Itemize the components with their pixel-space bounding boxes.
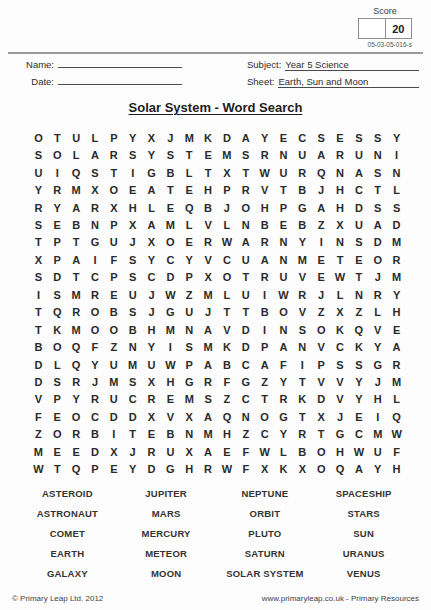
grid-cell-r11c17[interactable]: X (331, 304, 350, 321)
grid-cell-r12c19[interactable]: V (368, 321, 387, 338)
grid-cell-r9c13[interactable]: R (255, 269, 274, 286)
grid-cell-r6c11[interactable]: L (218, 216, 237, 233)
grid-cell-r14c9[interactable]: P (180, 356, 199, 373)
grid-cell-r20c12[interactable]: F (236, 461, 255, 478)
grid-cell-r9c1[interactable]: S (29, 269, 48, 286)
grid-cell-r7c20[interactable]: M (387, 234, 406, 251)
grid-cell-r3c18[interactable]: A (349, 164, 368, 181)
grid-cell-r3c2[interactable]: I (48, 164, 67, 181)
grid-cell-r20c17[interactable]: Q (331, 461, 350, 478)
grid-cell-r15c4[interactable]: J (86, 373, 105, 390)
grid-cell-r1c8[interactable]: J (161, 129, 180, 146)
grid-cell-r18c7[interactable]: E (142, 426, 161, 443)
grid-cell-r5c20[interactable]: S (387, 199, 406, 216)
grid-cell-r2c17[interactable]: R (331, 146, 350, 163)
grid-cell-r15c14[interactable]: Y (274, 373, 293, 390)
grid-cell-r10c3[interactable]: M (67, 286, 86, 303)
grid-cell-r8c19[interactable]: O (368, 251, 387, 268)
grid-cell-r5c18[interactable]: D (349, 199, 368, 216)
grid-cell-r14c5[interactable]: U (104, 356, 123, 373)
grid-cell-r13c12[interactable]: D (236, 338, 255, 355)
grid-cell-r20c15[interactable]: X (293, 461, 312, 478)
grid-cell-r10c10[interactable]: M (199, 286, 218, 303)
grid-cell-r15c8[interactable]: H (161, 373, 180, 390)
grid-cell-r10c20[interactable]: Y (387, 286, 406, 303)
grid-cell-r14c15[interactable]: I (293, 356, 312, 373)
grid-cell-r17c18[interactable]: E (349, 408, 368, 425)
grid-cell-r2c5[interactable]: R (104, 146, 123, 163)
grid-cell-r13c18[interactable]: K (349, 338, 368, 355)
grid-cell-r18c14[interactable]: Y (274, 426, 293, 443)
grid-cell-r4c20[interactable]: L (387, 181, 406, 198)
grid-cell-r9c18[interactable]: T (349, 269, 368, 286)
grid-cell-r1c17[interactable]: E (331, 129, 350, 146)
grid-cell-r20c2[interactable]: T (48, 461, 67, 478)
grid-cell-r14c3[interactable]: Q (67, 356, 86, 373)
grid-cell-r2c16[interactable]: A (312, 146, 331, 163)
grid-cell-r18c12[interactable]: Z (236, 426, 255, 443)
grid-cell-r7c10[interactable]: R (199, 234, 218, 251)
grid-cell-r7c11[interactable]: W (218, 234, 237, 251)
grid-cell-r15c12[interactable]: G (236, 373, 255, 390)
grid-cell-r11c19[interactable]: L (368, 304, 387, 321)
grid-cell-r18c20[interactable]: W (387, 426, 406, 443)
grid-cell-r2c20[interactable]: I (387, 146, 406, 163)
grid-cell-r14c11[interactable]: B (218, 356, 237, 373)
grid-cell-r2c8[interactable]: S (161, 146, 180, 163)
grid-cell-r7c19[interactable]: D (368, 234, 387, 251)
grid-cell-r4c18[interactable]: C (349, 181, 368, 198)
grid-cell-r15c11[interactable]: F (218, 373, 237, 390)
grid-cell-r5c9[interactable]: Q (180, 199, 199, 216)
grid-cell-r14c19[interactable]: G (368, 356, 387, 373)
grid-cell-r12c5[interactable]: O (104, 321, 123, 338)
grid-cell-r7c18[interactable]: S (349, 234, 368, 251)
grid-cell-r4c3[interactable]: M (67, 181, 86, 198)
date-input-line[interactable] (58, 75, 182, 85)
grid-cell-r18c8[interactable]: B (161, 426, 180, 443)
grid-cell-r16c2[interactable]: P (48, 391, 67, 408)
grid-cell-r18c16[interactable]: T (312, 426, 331, 443)
grid-cell-r2c2[interactable]: O (48, 146, 67, 163)
grid-cell-r2c9[interactable]: T (180, 146, 199, 163)
grid-cell-r7c1[interactable]: T (29, 234, 48, 251)
grid-cell-r16c10[interactable]: S (199, 391, 218, 408)
grid-cell-r5c5[interactable]: X (104, 199, 123, 216)
grid-cell-r6c15[interactable]: B (293, 216, 312, 233)
grid-cell-r19c17[interactable]: H (331, 443, 350, 460)
grid-cell-r11c9[interactable]: U (180, 304, 199, 321)
grid-cell-r12c13[interactable]: I (255, 321, 274, 338)
grid-cell-r13c19[interactable]: Y (368, 338, 387, 355)
grid-cell-r20c4[interactable]: P (86, 461, 105, 478)
grid-cell-r4c5[interactable]: O (104, 181, 123, 198)
name-input-line[interactable] (58, 58, 182, 68)
grid-cell-r3c9[interactable]: L (180, 164, 199, 181)
grid-cell-r9c7[interactable]: C (142, 269, 161, 286)
grid-cell-r17c2[interactable]: E (48, 408, 67, 425)
grid-cell-r6c6[interactable]: X (123, 216, 142, 233)
grid-cell-r19c16[interactable]: O (312, 443, 331, 460)
grid-cell-r7c7[interactable]: X (142, 234, 161, 251)
grid-cell-r15c15[interactable]: T (293, 373, 312, 390)
grid-cell-r5c4[interactable]: R (86, 199, 105, 216)
grid-cell-r1c2[interactable]: T (48, 129, 67, 146)
grid-cell-r4c9[interactable]: E (180, 181, 199, 198)
grid-cell-r18c19[interactable]: M (368, 426, 387, 443)
grid-cell-r11c3[interactable]: R (67, 304, 86, 321)
grid-cell-r1c15[interactable]: C (293, 129, 312, 146)
grid-cell-r6c2[interactable]: E (48, 216, 67, 233)
grid-cell-r12c10[interactable]: A (199, 321, 218, 338)
grid-cell-r15c2[interactable]: S (48, 373, 67, 390)
grid-cell-r6c18[interactable]: U (349, 216, 368, 233)
grid-cell-r10c13[interactable]: I (255, 286, 274, 303)
grid-cell-r19c3[interactable]: E (67, 443, 86, 460)
grid-cell-r10c12[interactable]: U (236, 286, 255, 303)
grid-cell-r11c16[interactable]: Z (312, 304, 331, 321)
grid-cell-r3c19[interactable]: S (368, 164, 387, 181)
grid-cell-r3c14[interactable]: U (274, 164, 293, 181)
grid-cell-r10c11[interactable]: L (218, 286, 237, 303)
grid-cell-r9c12[interactable]: T (236, 269, 255, 286)
grid-cell-r11c12[interactable]: T (236, 304, 255, 321)
grid-cell-r20c3[interactable]: Q (67, 461, 86, 478)
grid-cell-r13c20[interactable]: A (387, 338, 406, 355)
grid-cell-r20c1[interactable]: W (29, 461, 48, 478)
grid-cell-r8c17[interactable]: T (331, 251, 350, 268)
grid-cell-r13c3[interactable]: Q (67, 338, 86, 355)
grid-cell-r20c20[interactable]: H (387, 461, 406, 478)
grid-cell-r8c18[interactable]: E (349, 251, 368, 268)
grid-cell-r16c14[interactable]: R (274, 391, 293, 408)
grid-cell-r19c10[interactable]: A (199, 443, 218, 460)
grid-cell-r9c17[interactable]: W (331, 269, 350, 286)
grid-cell-r9c9[interactable]: P (180, 269, 199, 286)
grid-cell-r9c6[interactable]: S (123, 269, 142, 286)
grid-cell-r12c9[interactable]: N (180, 321, 199, 338)
grid-cell-r4c14[interactable]: T (274, 181, 293, 198)
grid-cell-r2c15[interactable]: U (293, 146, 312, 163)
grid-cell-r13c17[interactable]: C (331, 338, 350, 355)
grid-cell-r7c5[interactable]: U (104, 234, 123, 251)
grid-cell-r20c11[interactable]: W (218, 461, 237, 478)
grid-cell-r17c11[interactable]: Q (218, 408, 237, 425)
grid-cell-r10c6[interactable]: U (123, 286, 142, 303)
grid-cell-r1c6[interactable]: Y (123, 129, 142, 146)
grid-cell-r5c2[interactable]: Y (48, 199, 67, 216)
grid-cell-r18c1[interactable]: Z (29, 426, 48, 443)
grid-cell-r19c15[interactable]: B (293, 443, 312, 460)
grid-cell-r14c2[interactable]: L (48, 356, 67, 373)
grid-cell-r17c8[interactable]: V (161, 408, 180, 425)
grid-cell-r1c16[interactable]: S (312, 129, 331, 146)
grid-cell-r18c11[interactable]: H (218, 426, 237, 443)
grid-cell-r11c5[interactable]: B (104, 304, 123, 321)
grid-cell-r15c5[interactable]: M (104, 373, 123, 390)
grid-cell-r19c11[interactable]: E (218, 443, 237, 460)
grid-cell-r8c7[interactable]: Y (142, 251, 161, 268)
grid-cell-r19c19[interactable]: U (368, 443, 387, 460)
grid-cell-r16c19[interactable]: H (368, 391, 387, 408)
grid-cell-r6c3[interactable]: B (67, 216, 86, 233)
grid-cell-r15c16[interactable]: V (312, 373, 331, 390)
grid-cell-r10c4[interactable]: R (86, 286, 105, 303)
grid-cell-r2c10[interactable]: E (199, 146, 218, 163)
grid-cell-r15c19[interactable]: J (368, 373, 387, 390)
grid-cell-r18c5[interactable]: I (104, 426, 123, 443)
grid-cell-r8c3[interactable]: A (67, 251, 86, 268)
grid-cell-r1c13[interactable]: Y (255, 129, 274, 146)
grid-cell-r19c8[interactable]: U (161, 443, 180, 460)
grid-cell-r12c11[interactable]: V (218, 321, 237, 338)
grid-cell-r9c8[interactable]: D (161, 269, 180, 286)
grid-cell-r18c18[interactable]: C (349, 426, 368, 443)
grid-cell-r2c12[interactable]: S (236, 146, 255, 163)
grid-cell-r2c14[interactable]: N (274, 146, 293, 163)
grid-cell-r8c8[interactable]: C (161, 251, 180, 268)
grid-cell-r12c16[interactable]: O (312, 321, 331, 338)
grid-cell-r16c7[interactable]: R (142, 391, 161, 408)
grid-cell-r15c9[interactable]: G (180, 373, 199, 390)
grid-cell-r13c5[interactable]: Z (104, 338, 123, 355)
grid-cell-r18c9[interactable]: N (180, 426, 199, 443)
grid-cell-r20c16[interactable]: O (312, 461, 331, 478)
grid-cell-r6c20[interactable]: D (387, 216, 406, 233)
grid-cell-r18c15[interactable]: R (293, 426, 312, 443)
grid-cell-r5c10[interactable]: B (199, 199, 218, 216)
grid-cell-r7c4[interactable]: G (86, 234, 105, 251)
grid-cell-r15c13[interactable]: Z (255, 373, 274, 390)
grid-cell-r3c6[interactable]: I (123, 164, 142, 181)
grid-cell-r17c14[interactable]: G (274, 408, 293, 425)
grid-cell-r12c20[interactable]: E (387, 321, 406, 338)
grid-cell-r1c1[interactable]: O (29, 129, 48, 146)
grid-cell-r17c13[interactable]: O (255, 408, 274, 425)
grid-cell-r3c10[interactable]: T (199, 164, 218, 181)
grid-cell-r9c5[interactable]: P (104, 269, 123, 286)
grid-cell-r9c2[interactable]: D (48, 269, 67, 286)
grid-cell-r15c18[interactable]: Y (349, 373, 368, 390)
grid-cell-r4c7[interactable]: A (142, 181, 161, 198)
grid-cell-r5c8[interactable]: E (161, 199, 180, 216)
grid-cell-r3c4[interactable]: S (86, 164, 105, 181)
grid-cell-r20c9[interactable]: H (180, 461, 199, 478)
grid-cell-r4c4[interactable]: X (86, 181, 105, 198)
grid-cell-r16c4[interactable]: R (86, 391, 105, 408)
grid-cell-r18c17[interactable]: G (331, 426, 350, 443)
grid-cell-r5c6[interactable]: H (123, 199, 142, 216)
grid-cell-r17c19[interactable]: I (368, 408, 387, 425)
grid-cell-r3c1[interactable]: U (29, 164, 48, 181)
grid-cell-r17c16[interactable]: X (312, 408, 331, 425)
grid-cell-r20c8[interactable]: G (161, 461, 180, 478)
grid-cell-r18c10[interactable]: M (199, 426, 218, 443)
grid-cell-r19c7[interactable]: R (142, 443, 161, 460)
grid-cell-r14c10[interactable]: A (199, 356, 218, 373)
grid-cell-r3c11[interactable]: X (218, 164, 237, 181)
grid-cell-r2c1[interactable]: S (29, 146, 48, 163)
grid-cell-r19c18[interactable]: W (349, 443, 368, 460)
grid-cell-r7c3[interactable]: T (67, 234, 86, 251)
grid-cell-r5c19[interactable]: S (368, 199, 387, 216)
grid-cell-r20c6[interactable]: Y (123, 461, 142, 478)
grid-cell-r16c13[interactable]: T (255, 391, 274, 408)
grid-cell-r16c1[interactable]: V (29, 391, 48, 408)
grid-cell-r2c11[interactable]: M (218, 146, 237, 163)
grid-cell-r10c16[interactable]: J (312, 286, 331, 303)
grid-cell-r15c1[interactable]: D (29, 373, 48, 390)
grid-cell-r19c6[interactable]: J (123, 443, 142, 460)
grid-cell-r3c17[interactable]: N (331, 164, 350, 181)
grid-cell-r8c14[interactable]: N (274, 251, 293, 268)
grid-cell-r19c14[interactable]: L (274, 443, 293, 460)
grid-cell-r8c10[interactable]: V (199, 251, 218, 268)
grid-cell-r8c4[interactable]: I (86, 251, 105, 268)
grid-cell-r8c6[interactable]: S (123, 251, 142, 268)
grid-cell-r10c1[interactable]: I (29, 286, 48, 303)
grid-cell-r17c12[interactable]: N (236, 408, 255, 425)
grid-cell-r6c19[interactable]: A (368, 216, 387, 233)
grid-cell-r11c2[interactable]: Q (48, 304, 67, 321)
grid-cell-r10c5[interactable]: E (104, 286, 123, 303)
grid-cell-r14c18[interactable]: S (349, 356, 368, 373)
grid-cell-r13c9[interactable]: S (180, 338, 199, 355)
grid-cell-r8c20[interactable]: R (387, 251, 406, 268)
grid-cell-r16c18[interactable]: Y (349, 391, 368, 408)
grid-cell-r14c20[interactable]: R (387, 356, 406, 373)
grid-cell-r6c12[interactable]: N (236, 216, 255, 233)
grid-cell-r15c3[interactable]: R (67, 373, 86, 390)
grid-cell-r12c4[interactable]: O (86, 321, 105, 338)
grid-cell-r18c4[interactable]: B (86, 426, 105, 443)
grid-cell-r19c9[interactable]: X (180, 443, 199, 460)
grid-cell-r9c20[interactable]: M (387, 269, 406, 286)
grid-cell-r3c15[interactable]: R (293, 164, 312, 181)
grid-cell-r20c19[interactable]: Y (368, 461, 387, 478)
grid-cell-r1c5[interactable]: P (104, 129, 123, 146)
grid-cell-r19c13[interactable]: W (255, 443, 274, 460)
grid-cell-r16c20[interactable]: L (387, 391, 406, 408)
grid-cell-r11c14[interactable]: O (274, 304, 293, 321)
grid-cell-r2c19[interactable]: N (368, 146, 387, 163)
grid-cell-r10c7[interactable]: J (142, 286, 161, 303)
grid-cell-r1c10[interactable]: K (199, 129, 218, 146)
grid-cell-r13c14[interactable]: A (274, 338, 293, 355)
grid-cell-r8c5[interactable]: F (104, 251, 123, 268)
grid-cell-r19c12[interactable]: F (236, 443, 255, 460)
grid-cell-r18c13[interactable]: C (255, 426, 274, 443)
grid-cell-r3c12[interactable]: T (236, 164, 255, 181)
grid-cell-r14c7[interactable]: U (142, 356, 161, 373)
grid-cell-r10c17[interactable]: L (331, 286, 350, 303)
grid-cell-r10c9[interactable]: Z (180, 286, 199, 303)
grid-cell-r7c6[interactable]: J (123, 234, 142, 251)
grid-cell-r17c1[interactable]: F (29, 408, 48, 425)
grid-cell-r4c11[interactable]: P (218, 181, 237, 198)
grid-cell-r13c13[interactable]: P (255, 338, 274, 355)
grid-cell-r3c7[interactable]: G (142, 164, 161, 181)
grid-cell-r17c17[interactable]: J (331, 408, 350, 425)
grid-cell-r4c16[interactable]: J (312, 181, 331, 198)
grid-cell-r16c17[interactable]: V (331, 391, 350, 408)
grid-cell-r12c2[interactable]: K (48, 321, 67, 338)
grid-cell-r16c12[interactable]: C (236, 391, 255, 408)
grid-cell-r3c8[interactable]: B (161, 164, 180, 181)
grid-cell-r1c4[interactable]: L (86, 129, 105, 146)
grid-cell-r12c15[interactable]: S (293, 321, 312, 338)
grid-cell-r11c8[interactable]: G (161, 304, 180, 321)
grid-cell-r20c7[interactable]: D (142, 461, 161, 478)
grid-cell-r5c7[interactable]: L (142, 199, 161, 216)
grid-cell-r4c12[interactable]: R (236, 181, 255, 198)
grid-cell-r14c1[interactable]: D (29, 356, 48, 373)
grid-cell-r6c17[interactable]: X (331, 216, 350, 233)
grid-cell-r4c19[interactable]: T (368, 181, 387, 198)
grid-cell-r6c14[interactable]: E (274, 216, 293, 233)
grid-cell-r7c8[interactable]: O (161, 234, 180, 251)
grid-cell-r7c15[interactable]: Y (293, 234, 312, 251)
grid-cell-r9c11[interactable]: O (218, 269, 237, 286)
grid-cell-r14c12[interactable]: C (236, 356, 255, 373)
grid-cell-r10c18[interactable]: N (349, 286, 368, 303)
grid-cell-r3c5[interactable]: T (104, 164, 123, 181)
grid-cell-r14c13[interactable]: A (255, 356, 274, 373)
grid-cell-r11c20[interactable]: H (387, 304, 406, 321)
grid-cell-r17c15[interactable]: T (293, 408, 312, 425)
grid-cell-r6c1[interactable]: S (29, 216, 48, 233)
grid-cell-r12c17[interactable]: K (331, 321, 350, 338)
grid-cell-r2c6[interactable]: S (123, 146, 142, 163)
grid-cell-r12c8[interactable]: M (161, 321, 180, 338)
grid-cell-r16c11[interactable]: Z (218, 391, 237, 408)
grid-cell-r3c20[interactable]: N (387, 164, 406, 181)
grid-cell-r6c8[interactable]: M (161, 216, 180, 233)
grid-cell-r17c10[interactable]: A (199, 408, 218, 425)
grid-cell-r7c13[interactable]: R (255, 234, 274, 251)
grid-cell-r9c19[interactable]: J (368, 269, 387, 286)
grid-cell-r14c6[interactable]: M (123, 356, 142, 373)
grid-cell-r15c6[interactable]: S (123, 373, 142, 390)
grid-cell-r8c13[interactable]: A (255, 251, 274, 268)
grid-cell-r5c16[interactable]: A (312, 199, 331, 216)
grid-cell-r9c14[interactable]: U (274, 269, 293, 286)
grid-cell-r20c13[interactable]: X (255, 461, 274, 478)
grid-cell-r11c18[interactable]: Z (349, 304, 368, 321)
grid-cell-r7c17[interactable]: N (331, 234, 350, 251)
grid-cell-r18c2[interactable]: O (48, 426, 67, 443)
grid-cell-r13c1[interactable]: B (29, 338, 48, 355)
grid-cell-r13c8[interactable]: I (161, 338, 180, 355)
grid-cell-r16c15[interactable]: K (293, 391, 312, 408)
grid-cell-r1c3[interactable]: U (67, 129, 86, 146)
grid-cell-r12c12[interactable]: D (236, 321, 255, 338)
grid-cell-r9c10[interactable]: X (199, 269, 218, 286)
grid-cell-r8c16[interactable]: E (312, 251, 331, 268)
grid-cell-r12c1[interactable]: T (29, 321, 48, 338)
grid-cell-r5c17[interactable]: H (331, 199, 350, 216)
grid-cell-r11c1[interactable]: T (29, 304, 48, 321)
grid-cell-r16c16[interactable]: D (312, 391, 331, 408)
grid-cell-r4c1[interactable]: Y (29, 181, 48, 198)
grid-cell-r17c7[interactable]: X (142, 408, 161, 425)
grid-cell-r14c4[interactable]: Y (86, 356, 105, 373)
grid-cell-r3c3[interactable]: Q (67, 164, 86, 181)
grid-cell-r16c3[interactable]: Y (67, 391, 86, 408)
grid-cell-r2c3[interactable]: L (67, 146, 86, 163)
grid-cell-r8c1[interactable]: X (29, 251, 48, 268)
grid-cell-r17c9[interactable]: X (180, 408, 199, 425)
